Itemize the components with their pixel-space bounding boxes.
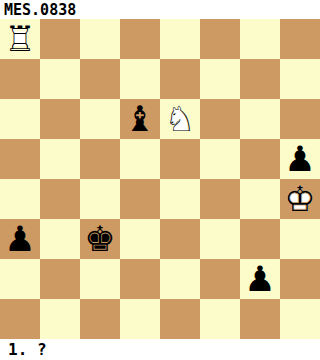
square-g7[interactable] bbox=[240, 59, 280, 99]
square-a7[interactable] bbox=[0, 59, 40, 99]
square-c7[interactable] bbox=[80, 59, 120, 99]
black-king[interactable]: ♚ bbox=[80, 219, 120, 259]
black-pawn[interactable]: ♟ bbox=[280, 139, 320, 179]
white-knight[interactable]: ♞♘ bbox=[160, 99, 200, 139]
square-b5[interactable] bbox=[40, 139, 80, 179]
square-e5[interactable] bbox=[160, 139, 200, 179]
square-b3[interactable] bbox=[40, 219, 80, 259]
square-f3[interactable] bbox=[200, 219, 240, 259]
square-c6[interactable] bbox=[80, 99, 120, 139]
black-king-glyph: ♚ bbox=[84, 219, 115, 259]
chess-puzzle-app: MES.0838 ♜♖♝♞♘♟♚♔♟♚♟ 1. ? bbox=[0, 0, 320, 360]
puzzle-id: MES.0838 bbox=[4, 1, 76, 19]
square-e1[interactable] bbox=[160, 299, 200, 339]
square-a8[interactable]: ♜♖ bbox=[0, 19, 40, 59]
square-h5[interactable]: ♟ bbox=[280, 139, 320, 179]
black-bishop[interactable]: ♝ bbox=[120, 99, 160, 139]
square-d6[interactable]: ♝ bbox=[120, 99, 160, 139]
white-king[interactable]: ♚♔ bbox=[280, 179, 320, 219]
square-f2[interactable] bbox=[200, 259, 240, 299]
square-e7[interactable] bbox=[160, 59, 200, 99]
square-c2[interactable] bbox=[80, 259, 120, 299]
square-h2[interactable] bbox=[280, 259, 320, 299]
square-h3[interactable] bbox=[280, 219, 320, 259]
square-g8[interactable] bbox=[240, 19, 280, 59]
square-g2[interactable]: ♟ bbox=[240, 259, 280, 299]
black-bishop-glyph: ♝ bbox=[124, 99, 155, 139]
square-g3[interactable] bbox=[240, 219, 280, 259]
black-pawn-glyph: ♟ bbox=[244, 259, 275, 299]
square-a6[interactable] bbox=[0, 99, 40, 139]
square-g1[interactable] bbox=[240, 299, 280, 339]
square-b6[interactable] bbox=[40, 99, 80, 139]
title-bar: MES.0838 bbox=[0, 0, 320, 19]
black-pawn[interactable]: ♟ bbox=[0, 219, 40, 259]
square-c8[interactable] bbox=[80, 19, 120, 59]
square-g6[interactable] bbox=[240, 99, 280, 139]
white-king-outline: ♔ bbox=[284, 179, 315, 219]
square-f7[interactable] bbox=[200, 59, 240, 99]
square-a3[interactable]: ♟ bbox=[0, 219, 40, 259]
square-a1[interactable] bbox=[0, 299, 40, 339]
square-d2[interactable] bbox=[120, 259, 160, 299]
square-f1[interactable] bbox=[200, 299, 240, 339]
square-h8[interactable] bbox=[280, 19, 320, 59]
square-h6[interactable] bbox=[280, 99, 320, 139]
square-h4[interactable]: ♚♔ bbox=[280, 179, 320, 219]
square-g4[interactable] bbox=[240, 179, 280, 219]
black-pawn[interactable]: ♟ bbox=[240, 259, 280, 299]
black-pawn-glyph: ♟ bbox=[4, 219, 35, 259]
square-e6[interactable]: ♞♘ bbox=[160, 99, 200, 139]
square-a2[interactable] bbox=[0, 259, 40, 299]
square-f6[interactable] bbox=[200, 99, 240, 139]
square-b1[interactable] bbox=[40, 299, 80, 339]
square-d7[interactable] bbox=[120, 59, 160, 99]
move-prompt-bar: 1. ? bbox=[0, 339, 320, 360]
chess-board: ♜♖♝♞♘♟♚♔♟♚♟ bbox=[0, 19, 320, 339]
white-rook-outline: ♖ bbox=[4, 19, 35, 59]
square-f5[interactable] bbox=[200, 139, 240, 179]
square-h7[interactable] bbox=[280, 59, 320, 99]
square-b2[interactable] bbox=[40, 259, 80, 299]
square-d3[interactable] bbox=[120, 219, 160, 259]
square-a5[interactable] bbox=[0, 139, 40, 179]
square-b8[interactable] bbox=[40, 19, 80, 59]
square-e8[interactable] bbox=[160, 19, 200, 59]
square-c1[interactable] bbox=[80, 299, 120, 339]
white-knight-outline: ♘ bbox=[164, 99, 195, 139]
square-c5[interactable] bbox=[80, 139, 120, 179]
square-c4[interactable] bbox=[80, 179, 120, 219]
square-e2[interactable] bbox=[160, 259, 200, 299]
square-e3[interactable] bbox=[160, 219, 200, 259]
square-h1[interactable] bbox=[280, 299, 320, 339]
square-d5[interactable] bbox=[120, 139, 160, 179]
square-g5[interactable] bbox=[240, 139, 280, 179]
square-f4[interactable] bbox=[200, 179, 240, 219]
square-b7[interactable] bbox=[40, 59, 80, 99]
square-d1[interactable] bbox=[120, 299, 160, 339]
move-prompt: 1. ? bbox=[8, 340, 47, 359]
square-d8[interactable] bbox=[120, 19, 160, 59]
black-pawn-glyph: ♟ bbox=[284, 139, 315, 179]
square-a4[interactable] bbox=[0, 179, 40, 219]
square-d4[interactable] bbox=[120, 179, 160, 219]
square-e4[interactable] bbox=[160, 179, 200, 219]
square-f8[interactable] bbox=[200, 19, 240, 59]
white-rook[interactable]: ♜♖ bbox=[0, 19, 40, 59]
square-c3[interactable]: ♚ bbox=[80, 219, 120, 259]
square-b4[interactable] bbox=[40, 179, 80, 219]
